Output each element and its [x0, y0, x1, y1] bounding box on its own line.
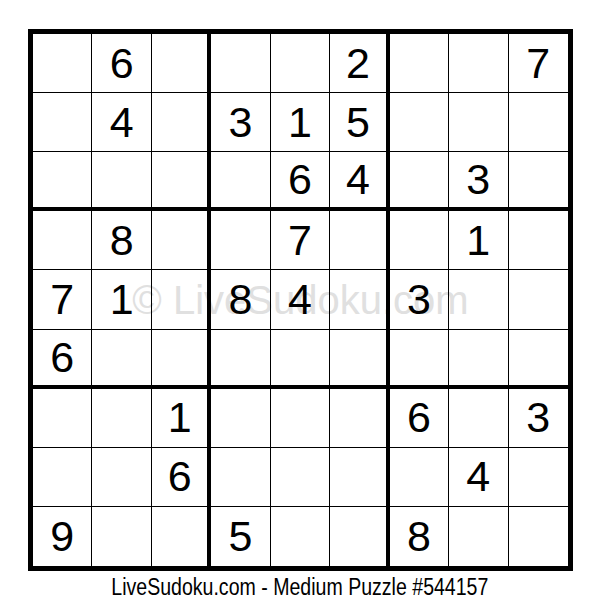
- cell-r1c6[interactable]: 2: [330, 34, 389, 93]
- cell-r8c6[interactable]: [330, 448, 389, 507]
- cell-r5c8[interactable]: [449, 270, 508, 329]
- cell-r5c9[interactable]: [509, 270, 568, 329]
- cell-r8c3[interactable]: 6: [152, 448, 211, 507]
- cell-r9c7[interactable]: 8: [390, 507, 449, 566]
- cell-r5c3[interactable]: [152, 270, 211, 329]
- cell-r2c4[interactable]: 3: [211, 93, 270, 152]
- sudoku-grid: 627431564387171843616364958: [33, 34, 568, 566]
- cell-r6c9[interactable]: [509, 330, 568, 389]
- cell-r3c8[interactable]: 3: [449, 152, 508, 211]
- caption-text: LiveSudoku.com - Medium Puzzle #544157: [111, 574, 488, 601]
- cell-r9c6[interactable]: [330, 507, 389, 566]
- cell-r7c7[interactable]: 6: [390, 389, 449, 448]
- cell-r4c4[interactable]: [211, 211, 270, 270]
- cell-r8c5[interactable]: [271, 448, 330, 507]
- cell-r6c8[interactable]: [449, 330, 508, 389]
- cell-r1c9[interactable]: 7: [509, 34, 568, 93]
- cell-r3c3[interactable]: [152, 152, 211, 211]
- cell-r3c5[interactable]: 6: [271, 152, 330, 211]
- cell-r2c6[interactable]: 5: [330, 93, 389, 152]
- cell-r4c5[interactable]: 7: [271, 211, 330, 270]
- cell-r5c2[interactable]: 1: [92, 270, 151, 329]
- cell-r9c3[interactable]: [152, 507, 211, 566]
- cell-r4c3[interactable]: [152, 211, 211, 270]
- cell-r5c6[interactable]: [330, 270, 389, 329]
- caption: LiveSudoku.com - Medium Puzzle #544157: [0, 574, 600, 601]
- cell-r5c4[interactable]: 8: [211, 270, 270, 329]
- sudoku-board: © LiveSudoku.com 62743156438717184361636…: [28, 29, 573, 571]
- cell-r1c1[interactable]: [33, 34, 92, 93]
- cell-r5c7[interactable]: 3: [390, 270, 449, 329]
- cell-r8c2[interactable]: [92, 448, 151, 507]
- cell-r7c5[interactable]: [271, 389, 330, 448]
- cell-r2c3[interactable]: [152, 93, 211, 152]
- cell-r6c5[interactable]: [271, 330, 330, 389]
- cell-r2c8[interactable]: [449, 93, 508, 152]
- cell-r3c1[interactable]: [33, 152, 92, 211]
- cell-r1c7[interactable]: [390, 34, 449, 93]
- cell-r2c2[interactable]: 4: [92, 93, 151, 152]
- cell-r6c2[interactable]: [92, 330, 151, 389]
- cell-r7c8[interactable]: [449, 389, 508, 448]
- cell-r2c1[interactable]: [33, 93, 92, 152]
- cell-r4c1[interactable]: [33, 211, 92, 270]
- cell-r9c9[interactable]: [509, 507, 568, 566]
- cell-r2c9[interactable]: [509, 93, 568, 152]
- cell-r7c9[interactable]: 3: [509, 389, 568, 448]
- cell-r5c1[interactable]: 7: [33, 270, 92, 329]
- cell-r4c2[interactable]: 8: [92, 211, 151, 270]
- cell-r4c8[interactable]: 1: [449, 211, 508, 270]
- cell-r9c1[interactable]: 9: [33, 507, 92, 566]
- cell-r1c3[interactable]: [152, 34, 211, 93]
- cell-r2c7[interactable]: [390, 93, 449, 152]
- cell-r3c6[interactable]: 4: [330, 152, 389, 211]
- cell-r4c7[interactable]: [390, 211, 449, 270]
- cell-r4c9[interactable]: [509, 211, 568, 270]
- cell-r7c4[interactable]: [211, 389, 270, 448]
- cell-r6c7[interactable]: [390, 330, 449, 389]
- cell-r8c1[interactable]: [33, 448, 92, 507]
- cell-r1c4[interactable]: [211, 34, 270, 93]
- cell-r8c8[interactable]: 4: [449, 448, 508, 507]
- cell-r3c2[interactable]: [92, 152, 151, 211]
- cell-r7c2[interactable]: [92, 389, 151, 448]
- cell-r6c4[interactable]: [211, 330, 270, 389]
- cell-r3c7[interactable]: [390, 152, 449, 211]
- cell-r4c6[interactable]: [330, 211, 389, 270]
- cell-r7c6[interactable]: [330, 389, 389, 448]
- cell-r2c5[interactable]: 1: [271, 93, 330, 152]
- cell-r9c5[interactable]: [271, 507, 330, 566]
- page: © LiveSudoku.com 62743156438717184361636…: [0, 0, 600, 615]
- cell-r6c1[interactable]: 6: [33, 330, 92, 389]
- cell-r1c5[interactable]: [271, 34, 330, 93]
- cell-r5c5[interactable]: 4: [271, 270, 330, 329]
- cell-r9c4[interactable]: 5: [211, 507, 270, 566]
- cell-r9c2[interactable]: [92, 507, 151, 566]
- cell-r3c9[interactable]: [509, 152, 568, 211]
- cell-r6c6[interactable]: [330, 330, 389, 389]
- cell-r7c1[interactable]: [33, 389, 92, 448]
- cell-r1c8[interactable]: [449, 34, 508, 93]
- cell-r8c9[interactable]: [509, 448, 568, 507]
- cell-r1c2[interactable]: 6: [92, 34, 151, 93]
- cell-r6c3[interactable]: [152, 330, 211, 389]
- cell-r8c7[interactable]: [390, 448, 449, 507]
- cell-r8c4[interactable]: [211, 448, 270, 507]
- cell-r9c8[interactable]: [449, 507, 508, 566]
- cell-r7c3[interactable]: 1: [152, 389, 211, 448]
- cell-r3c4[interactable]: [211, 152, 270, 211]
